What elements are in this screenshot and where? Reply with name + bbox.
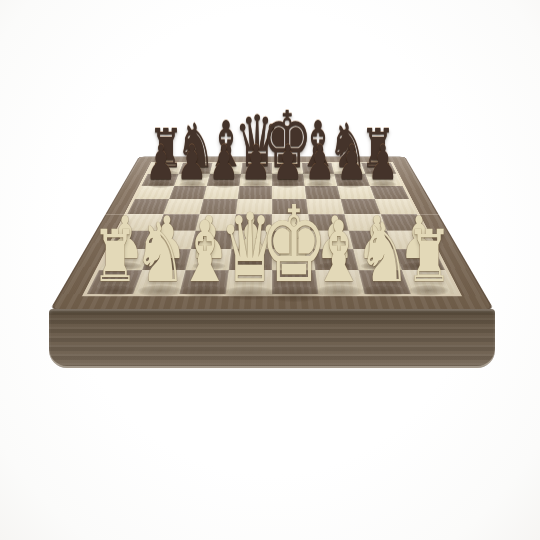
chess-set-photo: ♜♞♝♛♚♝♞♜♟♟♟♟♟♟♟♟♟♟♟♟♟♟♟♟♜♞♝♛♚♝♞♜ bbox=[0, 0, 540, 540]
black-pawn-glyph: ♟ bbox=[368, 139, 399, 187]
piece-white-rook-h1[interactable]: ♜ bbox=[397, 221, 461, 293]
piece-black-pawn-h7[interactable]: ♟ bbox=[362, 139, 405, 187]
pieces-layer: ♜♞♝♛♚♝♞♜♟♟♟♟♟♟♟♟♟♟♟♟♟♟♟♟♜♞♝♛♚♝♞♜ bbox=[0, 0, 540, 540]
white-rook-glyph: ♜ bbox=[406, 221, 452, 293]
